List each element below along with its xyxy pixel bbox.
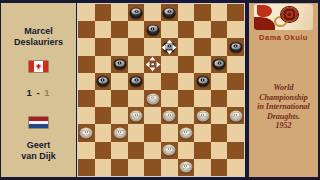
square-32[interactable] bbox=[128, 107, 145, 124]
square-38[interactable] bbox=[144, 124, 161, 141]
square-15[interactable] bbox=[227, 38, 244, 55]
square-light-r0c8[interactable] bbox=[211, 4, 228, 21]
square-light-r1c3[interactable] bbox=[128, 21, 145, 38]
match-score: 1 - 1 bbox=[1, 87, 76, 98]
square-27[interactable] bbox=[111, 90, 128, 107]
caption-line-3: in International bbox=[249, 102, 318, 112]
logo-red-shape bbox=[257, 5, 272, 17]
square-24[interactable] bbox=[194, 73, 211, 90]
square-light-r4c4[interactable] bbox=[144, 73, 161, 90]
square-22[interactable] bbox=[128, 73, 145, 90]
top-player-last-name: Deslauriers bbox=[1, 37, 76, 48]
square-35[interactable] bbox=[227, 107, 244, 124]
caption-line-1: World bbox=[249, 83, 318, 93]
square-light-r2c4[interactable] bbox=[144, 38, 161, 55]
square-light-r4c2[interactable] bbox=[111, 73, 128, 90]
square-18[interactable] bbox=[144, 56, 161, 73]
square-3[interactable] bbox=[161, 4, 178, 21]
square-light-r3c7[interactable] bbox=[194, 56, 211, 73]
square-light-r5c5[interactable] bbox=[161, 90, 178, 107]
square-light-r8c2[interactable] bbox=[111, 142, 128, 159]
square-14[interactable] bbox=[194, 38, 211, 55]
square-light-r9c3[interactable] bbox=[128, 159, 145, 176]
square-7[interactable] bbox=[111, 21, 128, 38]
canada-flag-right-band bbox=[43, 61, 48, 72]
square-25[interactable] bbox=[227, 73, 244, 90]
square-light-r3c3[interactable] bbox=[128, 56, 145, 73]
square-light-r3c1[interactable] bbox=[95, 56, 112, 73]
score-bottom: 1 bbox=[44, 87, 50, 98]
square-20[interactable] bbox=[211, 56, 228, 73]
square-light-r9c5[interactable] bbox=[161, 159, 178, 176]
square-5[interactable] bbox=[227, 4, 244, 21]
square-light-r5c1[interactable] bbox=[95, 90, 112, 107]
square-48[interactable] bbox=[144, 159, 161, 176]
bottom-player-name: Geert van Dijk bbox=[1, 140, 76, 161]
square-light-r0c2[interactable] bbox=[111, 4, 128, 21]
square-4[interactable] bbox=[194, 4, 211, 21]
dama-okulu-logo bbox=[254, 4, 313, 30]
square-11[interactable] bbox=[95, 38, 112, 55]
square-30[interactable] bbox=[211, 90, 228, 107]
maple-leaf-icon bbox=[35, 63, 42, 70]
square-light-r7c7[interactable] bbox=[194, 124, 211, 141]
score-separator: - bbox=[36, 87, 40, 98]
square-42[interactable] bbox=[128, 142, 145, 159]
square-light-r4c8[interactable] bbox=[211, 73, 228, 90]
square-45[interactable] bbox=[227, 142, 244, 159]
logo-draughts-piece-icon bbox=[281, 7, 298, 22]
square-39[interactable] bbox=[178, 124, 195, 141]
square-light-r4c0[interactable] bbox=[78, 73, 95, 90]
square-light-r0c6[interactable] bbox=[178, 4, 195, 21]
square-light-r9c1[interactable] bbox=[95, 159, 112, 176]
square-light-r4c6[interactable] bbox=[178, 73, 195, 90]
square-light-r0c0[interactable] bbox=[78, 4, 95, 21]
top-player-first-name: Marcel bbox=[1, 26, 76, 37]
square-light-r3c9[interactable] bbox=[227, 56, 244, 73]
square-41[interactable] bbox=[95, 142, 112, 159]
canada-flag-icon bbox=[29, 61, 48, 72]
square-light-r3c5[interactable] bbox=[161, 56, 178, 73]
square-light-r6c2[interactable] bbox=[111, 107, 128, 124]
square-23[interactable] bbox=[161, 73, 178, 90]
square-light-r0c4[interactable] bbox=[144, 4, 161, 21]
square-light-r7c9[interactable] bbox=[227, 124, 244, 141]
square-light-r9c9[interactable] bbox=[227, 159, 244, 176]
square-light-r2c8[interactable] bbox=[211, 38, 228, 55]
square-33[interactable] bbox=[161, 107, 178, 124]
square-44[interactable] bbox=[194, 142, 211, 159]
square-light-r8c8[interactable] bbox=[211, 142, 228, 159]
square-47[interactable] bbox=[111, 159, 128, 176]
netherlands-flag-icon bbox=[29, 117, 48, 128]
square-light-r5c7[interactable] bbox=[194, 90, 211, 107]
board-grid bbox=[78, 4, 244, 176]
square-9[interactable] bbox=[178, 21, 195, 38]
square-light-r2c0[interactable] bbox=[78, 38, 95, 55]
square-37[interactable] bbox=[111, 124, 128, 141]
caption-line-5: 1952 bbox=[249, 121, 318, 131]
logo-maroon-shape bbox=[254, 17, 275, 30]
left-player-panel: Marcel Deslauriers 1 - 1 Geert van Dijk bbox=[1, 3, 76, 177]
square-43[interactable] bbox=[161, 142, 178, 159]
square-light-r6c6[interactable] bbox=[178, 107, 195, 124]
square-light-r6c0[interactable] bbox=[78, 107, 95, 124]
square-light-r8c6[interactable] bbox=[178, 142, 195, 159]
bottom-player-first-name: Geert bbox=[1, 140, 76, 151]
square-28[interactable] bbox=[144, 90, 161, 107]
square-light-r7c3[interactable] bbox=[128, 124, 145, 141]
square-13[interactable] bbox=[161, 38, 178, 55]
square-40[interactable] bbox=[211, 124, 228, 141]
square-1[interactable] bbox=[95, 4, 112, 21]
square-light-r8c0[interactable] bbox=[78, 142, 95, 159]
square-light-r1c1[interactable] bbox=[95, 21, 112, 38]
square-light-r2c6[interactable] bbox=[178, 38, 195, 55]
canada-flag-center bbox=[34, 61, 44, 72]
square-6[interactable] bbox=[78, 21, 95, 38]
square-light-r5c9[interactable] bbox=[227, 90, 244, 107]
draughts-board bbox=[77, 3, 245, 177]
square-light-r1c5[interactable] bbox=[161, 21, 178, 38]
square-49[interactable] bbox=[178, 159, 195, 176]
square-light-r9c7[interactable] bbox=[194, 159, 211, 176]
square-17[interactable] bbox=[111, 56, 128, 73]
score-top: 1 bbox=[26, 87, 32, 98]
square-light-r1c7[interactable] bbox=[194, 21, 211, 38]
channel-name: Dama Okulu bbox=[249, 33, 318, 42]
bottom-player-last-name: van Dijk bbox=[1, 151, 76, 162]
square-light-r8c4[interactable] bbox=[144, 142, 161, 159]
square-light-r2c2[interactable] bbox=[111, 38, 128, 55]
video-frame: Marcel Deslauriers 1 - 1 Geert van Dijk bbox=[0, 0, 320, 180]
square-34[interactable] bbox=[194, 107, 211, 124]
square-29[interactable] bbox=[178, 90, 195, 107]
square-21[interactable] bbox=[95, 73, 112, 90]
square-10[interactable] bbox=[211, 21, 228, 38]
square-light-r5c3[interactable] bbox=[128, 90, 145, 107]
square-8[interactable] bbox=[144, 21, 161, 38]
square-light-r1c9[interactable] bbox=[227, 21, 244, 38]
nl-flag-blue-band bbox=[29, 124, 48, 128]
square-12[interactable] bbox=[128, 38, 145, 55]
square-31[interactable] bbox=[95, 107, 112, 124]
square-46[interactable] bbox=[78, 159, 95, 176]
top-player-name: Marcel Deslauriers bbox=[1, 26, 76, 47]
square-light-r7c1[interactable] bbox=[95, 124, 112, 141]
right-info-panel: Dama Okulu WorldChampionshipin Internati… bbox=[249, 3, 318, 177]
caption-line-2: Championship bbox=[249, 93, 318, 103]
event-caption: WorldChampionshipin InternationalDraught… bbox=[249, 83, 318, 131]
square-light-r6c4[interactable] bbox=[144, 107, 161, 124]
square-light-r7c5[interactable] bbox=[161, 124, 178, 141]
square-19[interactable] bbox=[178, 56, 195, 73]
square-26[interactable] bbox=[78, 90, 95, 107]
caption-line-4: Draughts. bbox=[249, 112, 318, 122]
square-light-r6c8[interactable] bbox=[211, 107, 228, 124]
square-2[interactable] bbox=[128, 4, 145, 21]
square-36[interactable] bbox=[78, 124, 95, 141]
square-16[interactable] bbox=[78, 56, 95, 73]
square-50[interactable] bbox=[211, 159, 228, 176]
